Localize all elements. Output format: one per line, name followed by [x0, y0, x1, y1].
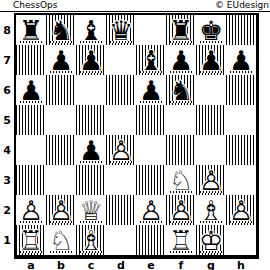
- square-e2: ♟♙: [136, 195, 166, 225]
- piece-black-pawn-f7: ♟: [166, 45, 196, 75]
- board: ♜♜♞♞♝♝♛♛♜♜♚♚♟♟♟♟♝♝♟♟♟♟♟♟♟♟♟♟♞♞♟♟♟♙♞♘♟♙♟♙…: [14, 13, 259, 259]
- square-d6: [106, 75, 136, 105]
- square-e1: [136, 225, 166, 255]
- piece-white-rook-a1: ♖: [16, 225, 46, 255]
- square-c5: [76, 105, 106, 135]
- square-a2: ♟♙: [16, 195, 46, 225]
- square-a4: [16, 135, 46, 165]
- piece-white-queen-c2: ♕: [76, 195, 106, 225]
- square-a1: ♜♖: [16, 225, 46, 255]
- square-a3: [16, 165, 46, 195]
- file-label-b: b: [46, 259, 76, 270]
- board-area: 87654321 ♜♜♞♞♝♝♛♛♜♜♚♚♟♟♟♟♝♝♟♟♟♟♟♟♟♟♟♟♞♞♟…: [0, 13, 270, 259]
- rank-label-8: 8: [0, 15, 14, 45]
- square-b4: [46, 135, 76, 165]
- rank-label-4: 4: [0, 135, 14, 165]
- square-a5: [16, 105, 46, 135]
- piece-black-bishop-e7: ♝: [136, 45, 166, 75]
- piece-white-pawn-b2: ♙: [46, 195, 76, 225]
- file-label-h: h: [226, 259, 256, 270]
- piece-white-pawn-g3: ♙: [196, 165, 226, 195]
- square-e5: [136, 105, 166, 135]
- square-e8: [136, 15, 166, 45]
- rank-label-7: 7: [0, 45, 14, 75]
- app-title: ChessOps: [13, 0, 57, 11]
- square-h4: [226, 135, 256, 165]
- square-e6: ♟♟: [136, 75, 166, 105]
- square-d5: [106, 105, 136, 135]
- rank-labels: 87654321: [0, 13, 14, 259]
- file-label-c: c: [76, 259, 106, 270]
- file-label-e: e: [136, 259, 166, 270]
- square-c3: [76, 165, 106, 195]
- piece-black-pawn-c4: ♟: [76, 135, 106, 165]
- file-label-f: f: [166, 259, 196, 270]
- piece-black-rook-f8: ♜: [166, 15, 196, 45]
- square-b1: ♞♘: [46, 225, 76, 255]
- piece-black-pawn-b7: ♟: [46, 45, 76, 75]
- square-e3: [136, 165, 166, 195]
- file-label-d: d: [106, 259, 136, 270]
- square-g4: [196, 135, 226, 165]
- square-f7: ♟♟: [166, 45, 196, 75]
- header: ChessOps © EUdesign: [0, 0, 270, 12]
- square-c2: ♛♕: [76, 195, 106, 225]
- square-b3: [46, 165, 76, 195]
- square-h7: ♟♟: [226, 45, 256, 75]
- piece-black-queen-d8: ♛: [106, 15, 136, 45]
- square-f8: ♜♜: [166, 15, 196, 45]
- piece-white-knight-f3: ♘: [166, 165, 196, 195]
- square-e4: [136, 135, 166, 165]
- square-g6: [196, 75, 226, 105]
- piece-white-king-g1: ♔: [196, 225, 226, 255]
- square-h2: ♟♙: [226, 195, 256, 225]
- file-label-g: g: [196, 259, 226, 270]
- square-c6: [76, 75, 106, 105]
- square-d3: [106, 165, 136, 195]
- square-g8: ♚♚: [196, 15, 226, 45]
- piece-white-pawn-f2: ♙: [166, 195, 196, 225]
- square-d8: ♛♛: [106, 15, 136, 45]
- chess-diagram: ChessOps © EUdesign 87654321 ♜♜♞♞♝♝♛♛♜♜♚…: [0, 0, 270, 270]
- file-label-a: a: [16, 259, 46, 270]
- file-labels: abcdefgh: [16, 259, 270, 270]
- piece-black-pawn-c7: ♟: [76, 45, 106, 75]
- square-f4: [166, 135, 196, 165]
- piece-black-rook-a8: ♜: [16, 15, 46, 45]
- piece-black-knight-f6: ♞: [166, 75, 196, 105]
- square-b6: [46, 75, 76, 105]
- square-b8: ♞♞: [46, 15, 76, 45]
- piece-black-pawn-h7: ♟: [226, 45, 256, 75]
- square-e7: ♝♝: [136, 45, 166, 75]
- square-d1: [106, 225, 136, 255]
- rank-label-6: 6: [0, 75, 14, 105]
- piece-white-bishop-c1: ♗: [76, 225, 106, 255]
- piece-black-bishop-c8: ♝: [76, 15, 106, 45]
- piece-black-pawn-a6: ♟: [16, 75, 46, 105]
- piece-black-pawn-g7: ♟: [196, 45, 226, 75]
- piece-white-pawn-a2: ♙: [16, 195, 46, 225]
- piece-white-pawn-h2: ♙: [226, 195, 256, 225]
- square-c8: ♝♝: [76, 15, 106, 45]
- square-c4: ♟♟: [76, 135, 106, 165]
- piece-white-rook-f1: ♖: [166, 225, 196, 255]
- piece-white-bishop-g2: ♗: [196, 195, 226, 225]
- square-h8: [226, 15, 256, 45]
- piece-black-pawn-e6: ♟: [136, 75, 166, 105]
- square-c7: ♟♟: [76, 45, 106, 75]
- square-f1: ♜♖: [166, 225, 196, 255]
- rank-label-3: 3: [0, 165, 14, 195]
- square-c1: ♝♗: [76, 225, 106, 255]
- square-f6: ♞♞: [166, 75, 196, 105]
- square-h3: [226, 165, 256, 195]
- square-g7: ♟♟: [196, 45, 226, 75]
- square-h1: [226, 225, 256, 255]
- piece-black-knight-b8: ♞: [46, 15, 76, 45]
- square-h5: [226, 105, 256, 135]
- rank-label-1: 1: [0, 225, 14, 255]
- square-g5: [196, 105, 226, 135]
- square-h6: [226, 75, 256, 105]
- square-g3: ♟♙: [196, 165, 226, 195]
- square-a8: ♜♜: [16, 15, 46, 45]
- square-b7: ♟♟: [46, 45, 76, 75]
- square-d4: ♟♙: [106, 135, 136, 165]
- square-d2: [106, 195, 136, 225]
- square-d7: [106, 45, 136, 75]
- square-a7: [16, 45, 46, 75]
- piece-black-king-g8: ♚: [196, 15, 226, 45]
- piece-white-pawn-e2: ♙: [136, 195, 166, 225]
- square-g2: ♝♗: [196, 195, 226, 225]
- square-b5: [46, 105, 76, 135]
- square-g1: ♚♔: [196, 225, 226, 255]
- square-f2: ♟♙: [166, 195, 196, 225]
- square-f3: ♞♘: [166, 165, 196, 195]
- piece-white-knight-b1: ♘: [46, 225, 76, 255]
- piece-white-pawn-d4: ♙: [106, 135, 136, 165]
- square-f5: [166, 105, 196, 135]
- square-a6: ♟♟: [16, 75, 46, 105]
- square-b2: ♟♙: [46, 195, 76, 225]
- rank-label-5: 5: [0, 105, 14, 135]
- credit-label: © EUdesign: [215, 0, 269, 11]
- rank-label-2: 2: [0, 195, 14, 225]
